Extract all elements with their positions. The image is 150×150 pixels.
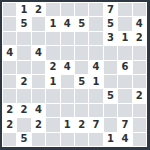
cell-r1c5-given[interactable]: 5: [75, 17, 88, 30]
cell-r6c9-given[interactable]: 2: [133, 89, 146, 102]
cell-r9c3-empty[interactable]: [46, 133, 59, 146]
cell-r0c7-given[interactable]: 7: [104, 3, 117, 16]
cell-r2c0-empty[interactable]: [3, 32, 16, 45]
cell-r1c3-given[interactable]: 1: [46, 17, 59, 30]
cell-r0c0-empty[interactable]: [3, 3, 16, 16]
cell-r8c2-given[interactable]: 2: [32, 118, 45, 131]
cell-r0c8-empty[interactable]: [118, 3, 131, 16]
cell-r2c9-given[interactable]: 2: [133, 32, 146, 45]
cell-r9c0-empty[interactable]: [3, 133, 16, 146]
cell-r6c4-empty[interactable]: [61, 89, 74, 102]
cell-r1c7-given[interactable]: 5: [104, 17, 117, 30]
cell-r2c2-empty[interactable]: [32, 32, 45, 45]
cell-r4c5-empty[interactable]: [75, 61, 88, 74]
cell-r4c3-given[interactable]: 2: [46, 61, 59, 74]
cell-r0c3-empty[interactable]: [46, 3, 59, 16]
cell-r9c5-empty[interactable]: [75, 133, 88, 146]
cell-r4c9-empty[interactable]: [133, 61, 146, 74]
cell-r3c7-empty[interactable]: [104, 46, 117, 59]
cell-r7c2-given[interactable]: 4: [32, 104, 45, 117]
cell-r1c2-empty[interactable]: [32, 17, 45, 30]
cell-r8c3-empty[interactable]: [46, 118, 59, 131]
cell-r3c0-given[interactable]: 4: [3, 46, 16, 59]
cell-r8c9-empty[interactable]: [133, 118, 146, 131]
cell-r0c1-given[interactable]: 1: [17, 3, 30, 16]
cell-r6c1-empty[interactable]: [17, 89, 30, 102]
cell-r5c2-empty[interactable]: [32, 75, 45, 88]
cell-r7c4-empty[interactable]: [61, 104, 74, 117]
cell-r2c3-empty[interactable]: [46, 32, 59, 45]
cell-r3c5-empty[interactable]: [75, 46, 88, 59]
cell-r7c3-empty[interactable]: [46, 104, 59, 117]
cell-r8c7-empty[interactable]: [104, 118, 117, 131]
puzzle-board: 127514554312442446215152224221277514: [0, 0, 150, 150]
cell-r1c4-given[interactable]: 4: [61, 17, 74, 30]
cell-r8c4-given[interactable]: 1: [61, 118, 74, 131]
cell-r5c9-empty[interactable]: [133, 75, 146, 88]
cell-r1c1-given[interactable]: 5: [17, 17, 30, 30]
cell-r4c7-empty[interactable]: [104, 61, 117, 74]
cell-r9c9-empty[interactable]: [133, 133, 146, 146]
cell-r5c4-empty[interactable]: [61, 75, 74, 88]
cell-r8c1-empty[interactable]: [17, 118, 30, 131]
cell-r7c9-empty[interactable]: [133, 104, 146, 117]
cell-r9c8-given[interactable]: 4: [118, 133, 131, 146]
cell-r2c7-given[interactable]: 3: [104, 32, 117, 45]
cell-r6c6-empty[interactable]: [89, 89, 102, 102]
cell-r3c2-given[interactable]: 4: [32, 46, 45, 59]
cell-r3c8-empty[interactable]: [118, 46, 131, 59]
puzzle-grid: 127514554312442446215152224221277514: [3, 3, 146, 146]
cell-r3c6-empty[interactable]: [89, 46, 102, 59]
cell-r4c2-empty[interactable]: [32, 61, 45, 74]
cell-r3c1-empty[interactable]: [17, 46, 30, 59]
cell-r5c5-given[interactable]: 5: [75, 75, 88, 88]
cell-r8c5-given[interactable]: 2: [75, 118, 88, 131]
cell-r3c3-empty[interactable]: [46, 46, 59, 59]
cell-r8c8-given[interactable]: 7: [118, 118, 131, 131]
cell-r7c7-empty[interactable]: [104, 104, 117, 117]
cell-r2c1-empty[interactable]: [17, 32, 30, 45]
cell-r0c6-empty[interactable]: [89, 3, 102, 16]
cell-r1c8-empty[interactable]: [118, 17, 131, 30]
cell-r9c4-empty[interactable]: [61, 133, 74, 146]
cell-r4c4-given[interactable]: 4: [61, 61, 74, 74]
cell-r0c2-given[interactable]: 2: [32, 3, 45, 16]
cell-r6c2-empty[interactable]: [32, 89, 45, 102]
cell-r5c7-empty[interactable]: [104, 75, 117, 88]
cell-r8c0-given[interactable]: 2: [3, 118, 16, 131]
cell-r1c0-empty[interactable]: [3, 17, 16, 30]
cell-r9c1-given[interactable]: 5: [17, 133, 30, 146]
cell-r7c5-empty[interactable]: [75, 104, 88, 117]
cell-r7c8-empty[interactable]: [118, 104, 131, 117]
cell-r4c6-given[interactable]: 4: [89, 61, 102, 74]
cell-r4c8-given[interactable]: 6: [118, 61, 131, 74]
cell-r0c9-empty[interactable]: [133, 3, 146, 16]
cell-r2c4-empty[interactable]: [61, 32, 74, 45]
cell-r0c4-empty[interactable]: [61, 3, 74, 16]
cell-r1c6-empty[interactable]: [89, 17, 102, 30]
cell-r7c0-given[interactable]: 2: [3, 104, 16, 117]
cell-r9c6-empty[interactable]: [89, 133, 102, 146]
cell-r5c8-empty[interactable]: [118, 75, 131, 88]
cell-r5c1-given[interactable]: 2: [17, 75, 30, 88]
cell-r2c8-given[interactable]: 1: [118, 32, 131, 45]
cell-r5c0-empty[interactable]: [3, 75, 16, 88]
cell-r3c4-empty[interactable]: [61, 46, 74, 59]
cell-r6c0-empty[interactable]: [3, 89, 16, 102]
cell-r9c2-empty[interactable]: [32, 133, 45, 146]
cell-r7c1-given[interactable]: 2: [17, 104, 30, 117]
cell-r5c3-given[interactable]: 1: [46, 75, 59, 88]
cell-r8c6-given[interactable]: 7: [89, 118, 102, 131]
cell-r4c0-empty[interactable]: [3, 61, 16, 74]
cell-r6c7-given[interactable]: 5: [104, 89, 117, 102]
cell-r2c5-empty[interactable]: [75, 32, 88, 45]
cell-r4c1-empty[interactable]: [17, 61, 30, 74]
cell-r0c5-empty[interactable]: [75, 3, 88, 16]
cell-r5c6-given[interactable]: 1: [89, 75, 102, 88]
cell-r3c9-empty[interactable]: [133, 46, 146, 59]
cell-r9c7-given[interactable]: 1: [104, 133, 117, 146]
cell-r6c3-empty[interactable]: [46, 89, 59, 102]
cell-r2c6-empty[interactable]: [89, 32, 102, 45]
cell-r1c9-given[interactable]: 4: [133, 17, 146, 30]
cell-r6c8-empty[interactable]: [118, 89, 131, 102]
cell-r6c5-empty[interactable]: [75, 89, 88, 102]
cell-r7c6-empty[interactable]: [89, 104, 102, 117]
